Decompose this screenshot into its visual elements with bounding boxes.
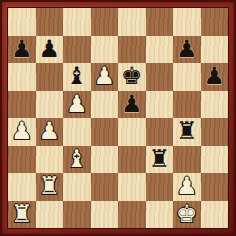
square-c2[interactable]: [63, 173, 91, 201]
square-h8[interactable]: [201, 8, 229, 36]
square-b8[interactable]: [36, 8, 64, 36]
square-c1[interactable]: [63, 201, 91, 229]
square-d8[interactable]: [91, 8, 119, 36]
square-d7[interactable]: [91, 36, 119, 64]
square-f1[interactable]: [146, 201, 174, 229]
square-e3[interactable]: [118, 146, 146, 174]
white-bishop[interactable]: ♝: [66, 146, 88, 174]
square-f7[interactable]: [146, 36, 174, 64]
square-a6[interactable]: [8, 63, 36, 91]
white-rook[interactable]: ♜: [38, 173, 60, 201]
square-e5[interactable]: ♟: [118, 91, 146, 119]
square-h3[interactable]: [201, 146, 229, 174]
square-g7[interactable]: ♟: [173, 36, 201, 64]
square-b7[interactable]: ♟: [36, 36, 64, 64]
square-f4[interactable]: [146, 118, 174, 146]
square-b5[interactable]: [36, 91, 64, 119]
square-a2[interactable]: [8, 173, 36, 201]
square-f6[interactable]: [146, 63, 174, 91]
square-h6[interactable]: ♟: [201, 63, 229, 91]
square-h5[interactable]: [201, 91, 229, 119]
square-f8[interactable]: [146, 8, 174, 36]
square-f3[interactable]: ♜: [146, 146, 174, 174]
square-c7[interactable]: [63, 36, 91, 64]
square-e6[interactable]: ♚: [118, 63, 146, 91]
square-a7[interactable]: ♟: [8, 36, 36, 64]
square-c8[interactable]: [63, 8, 91, 36]
square-a8[interactable]: [8, 8, 36, 36]
square-d4[interactable]: [91, 118, 119, 146]
square-d2[interactable]: [91, 173, 119, 201]
square-b1[interactable]: [36, 201, 64, 229]
square-g1[interactable]: ♚: [173, 201, 201, 229]
square-c4[interactable]: [63, 118, 91, 146]
square-g5[interactable]: [173, 91, 201, 119]
square-c3[interactable]: ♝: [63, 146, 91, 174]
square-b2[interactable]: ♜: [36, 173, 64, 201]
square-f2[interactable]: [146, 173, 174, 201]
black-pawn[interactable]: ♟: [38, 36, 60, 64]
square-a3[interactable]: [8, 146, 36, 174]
black-pawn[interactable]: ♟: [11, 36, 33, 64]
square-e4[interactable]: [118, 118, 146, 146]
square-a4[interactable]: ♟: [8, 118, 36, 146]
chess-board: ♟♟♟♝♟♚♟♟♟♟♟♜♝♜♜♟♜♚: [8, 8, 228, 228]
square-f5[interactable]: [146, 91, 174, 119]
square-h1[interactable]: [201, 201, 229, 229]
square-e1[interactable]: [118, 201, 146, 229]
square-g2[interactable]: ♟: [173, 173, 201, 201]
square-c6[interactable]: ♝: [63, 63, 91, 91]
white-pawn[interactable]: ♟: [66, 91, 88, 119]
square-g4[interactable]: ♜: [173, 118, 201, 146]
square-e2[interactable]: [118, 173, 146, 201]
square-d6[interactable]: ♟: [91, 63, 119, 91]
square-c5[interactable]: ♟: [63, 91, 91, 119]
white-pawn[interactable]: ♟: [93, 63, 115, 91]
white-pawn[interactable]: ♟: [176, 173, 198, 201]
square-g8[interactable]: [173, 8, 201, 36]
white-king[interactable]: ♚: [176, 201, 198, 229]
square-d1[interactable]: [91, 201, 119, 229]
black-king[interactable]: ♚: [121, 63, 143, 91]
black-pawn[interactable]: ♟: [176, 36, 198, 64]
square-g6[interactable]: [173, 63, 201, 91]
board-frame: ♟♟♟♝♟♚♟♟♟♟♟♜♝♜♜♟♜♚: [0, 0, 236, 236]
square-e8[interactable]: [118, 8, 146, 36]
square-d3[interactable]: [91, 146, 119, 174]
square-b4[interactable]: ♟: [36, 118, 64, 146]
square-d5[interactable]: [91, 91, 119, 119]
white-pawn[interactable]: ♟: [38, 118, 60, 146]
square-b3[interactable]: [36, 146, 64, 174]
black-pawn[interactable]: ♟: [203, 63, 225, 91]
square-e7[interactable]: [118, 36, 146, 64]
white-rook[interactable]: ♜: [11, 201, 33, 229]
white-pawn[interactable]: ♟: [11, 118, 33, 146]
black-rook[interactable]: ♜: [148, 146, 170, 174]
black-bishop[interactable]: ♝: [66, 63, 88, 91]
square-g3[interactable]: [173, 146, 201, 174]
square-h2[interactable]: [201, 173, 229, 201]
square-h4[interactable]: [201, 118, 229, 146]
square-a5[interactable]: [8, 91, 36, 119]
square-a1[interactable]: ♜: [8, 201, 36, 229]
square-b6[interactable]: [36, 63, 64, 91]
black-rook[interactable]: ♜: [176, 118, 198, 146]
square-h7[interactable]: [201, 36, 229, 64]
black-pawn[interactable]: ♟: [121, 91, 143, 119]
